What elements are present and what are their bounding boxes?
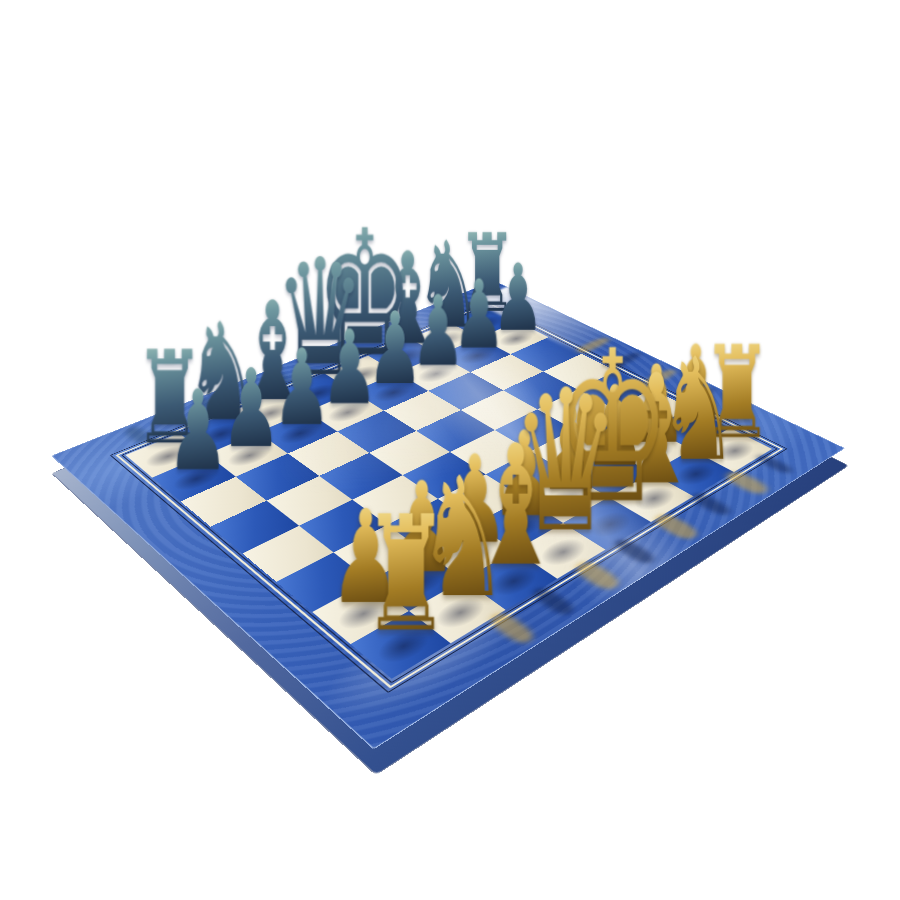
pawn-glyph: ♟: [221, 354, 282, 462]
board-scene: ♜♞♝♛♚♝♞♜♟♟♟♟♟♟♟♟♟♟♟♟♟♟♟♟♜♞♝♛♚♝♞♜: [0, 0, 900, 900]
product-photo: ♜♞♝♛♚♝♞♜♟♟♟♟♟♟♟♟♟♟♟♟♟♟♟♟♜♞♝♛♚♝♞♜: [0, 0, 900, 900]
board-tilt-wrapper: ♜♞♝♛♚♝♞♜♟♟♟♟♟♟♟♟♟♟♟♟♟♟♟♟♜♞♝♛♚♝♞♜: [51, 280, 845, 749]
pawn-glyph: ♟: [166, 375, 228, 486]
rook-glyph: ♜: [361, 496, 450, 655]
